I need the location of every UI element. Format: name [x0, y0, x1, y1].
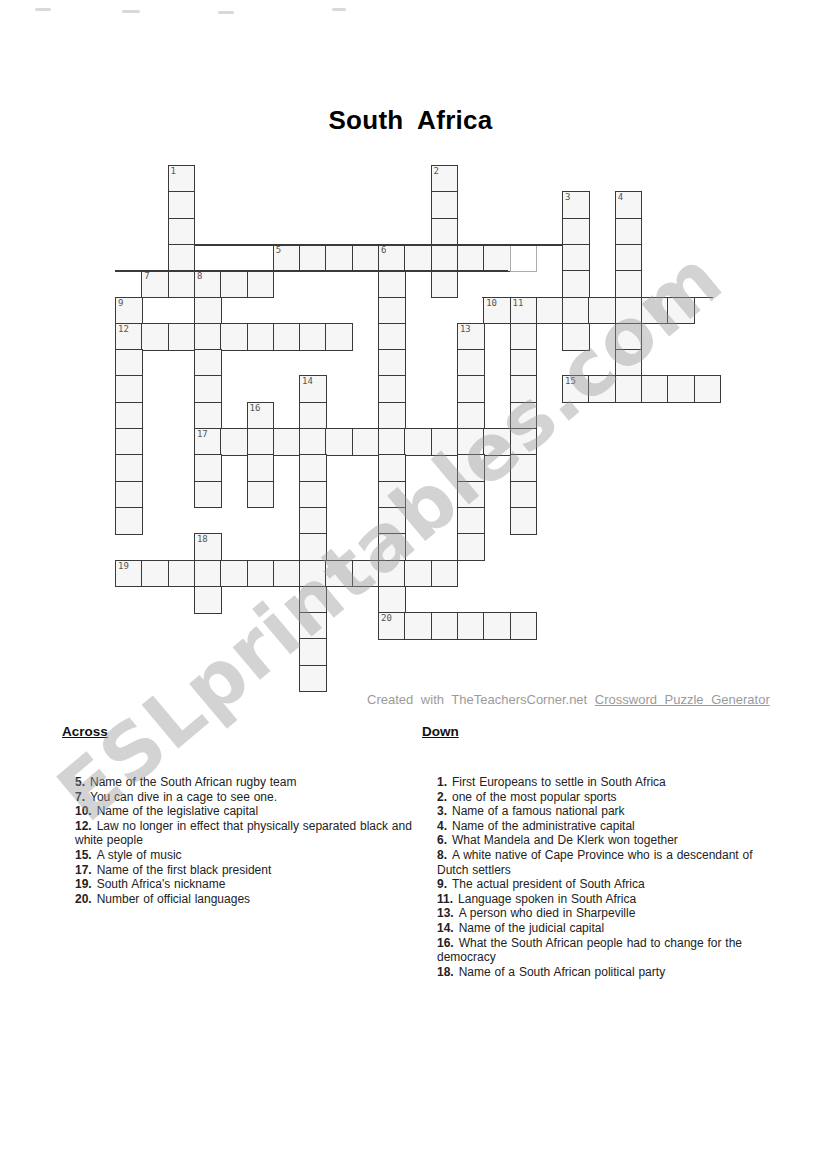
grid-cell[interactable]	[325, 560, 353, 588]
clue-number: 12.	[75, 819, 92, 833]
clue-item: 11.Language spoken in South Africa	[437, 892, 764, 907]
grid-cell[interactable]	[562, 270, 590, 298]
grid-cell[interactable]	[168, 270, 196, 298]
down-clue-list: 1.First Europeans to settle in South Afr…	[437, 775, 764, 979]
grid-cell[interactable]	[457, 507, 485, 535]
cell-number: 19	[118, 562, 129, 571]
grid-cell[interactable]	[299, 586, 327, 614]
grid-cell[interactable]	[562, 218, 590, 246]
clue-text: Name of a South African political party	[459, 965, 665, 979]
clue-item: 10.Name of the legislative capital	[75, 804, 427, 819]
cell-number: 4	[618, 193, 623, 202]
grid-cell[interactable]	[194, 402, 222, 430]
clue-number: 3.	[437, 804, 447, 818]
cell-number: 18	[197, 535, 208, 544]
cell-number: 6	[381, 246, 386, 255]
clue-text: The actual president of South Africa	[452, 877, 645, 891]
grid-cell[interactable]	[299, 507, 327, 535]
grid-cell[interactable]	[115, 349, 143, 377]
grid-cell[interactable]	[457, 244, 485, 272]
grid-cell[interactable]: 16	[247, 402, 275, 430]
grid-cell[interactable]: 1	[168, 165, 196, 193]
grid-cell[interactable]: 20	[378, 612, 406, 640]
grid-cell[interactable]	[457, 612, 485, 640]
grid-cell[interactable]	[299, 638, 327, 666]
grid-cell[interactable]	[510, 323, 538, 351]
grid-cell[interactable]	[378, 454, 406, 482]
cell-number: 17	[197, 430, 208, 439]
grid-cell[interactable]	[299, 428, 327, 456]
cell-number: 12	[118, 325, 129, 334]
grid-cell[interactable]	[510, 481, 538, 509]
clue-item: 16.What the South African people had to …	[437, 936, 764, 965]
grid-cell[interactable]	[562, 244, 590, 272]
grid-cell[interactable]	[378, 560, 406, 588]
clue-number: 17.	[75, 863, 92, 877]
grid-cell[interactable]	[115, 454, 143, 482]
clue-number: 14.	[437, 921, 454, 935]
attribution: Created with TheTeachersCorner.net Cross…	[367, 692, 770, 707]
grid-cell[interactable]: 18	[194, 533, 222, 561]
cell-number: 10	[486, 299, 497, 308]
grid-cell[interactable]	[299, 665, 327, 693]
cell-number: 11	[513, 299, 524, 308]
clue-text: Name of the administrative capital	[452, 819, 635, 833]
clue-number: 6.	[437, 833, 447, 847]
clue-text: Name of the South African rugby team	[90, 775, 296, 789]
grid-cell[interactable]	[299, 533, 327, 561]
grid-cell[interactable]: 13	[457, 323, 485, 351]
cell-number: 8	[197, 272, 202, 281]
cell-number: 5	[276, 246, 281, 255]
clue-item: 13.A person who died in Sharpeville	[437, 906, 764, 921]
grid-cell[interactable]	[115, 402, 143, 430]
grid-cell[interactable]	[168, 560, 196, 588]
cell-number: 13	[460, 325, 471, 334]
grid-cell[interactable]	[194, 323, 222, 351]
clue-item: 15.A style of music	[75, 848, 427, 863]
clue-number: 5.	[75, 775, 85, 789]
clue-item: 6.What Mandela and De Klerk won together	[437, 833, 764, 848]
grid-cell[interactable]	[457, 454, 485, 482]
grid-cell[interactable]	[168, 191, 196, 219]
grid-cell[interactable]	[378, 428, 406, 456]
clue-number: 11.	[437, 892, 453, 906]
grid-cell[interactable]	[299, 612, 327, 640]
grid-cell[interactable]	[247, 481, 275, 509]
grid-cell[interactable]	[536, 297, 564, 325]
clue-item: 8.A white native of Cape Province who is…	[437, 848, 764, 877]
clue-number: 13.	[437, 906, 454, 920]
grid-cell[interactable]	[431, 218, 459, 246]
grid-cell[interactable]	[404, 244, 432, 272]
clue-number: 8.	[437, 848, 447, 862]
clue-text: Name of a famous national park	[452, 804, 625, 818]
grid-cell[interactable]	[615, 323, 643, 351]
grid-cell[interactable]	[194, 481, 222, 509]
grid-cell[interactable]	[615, 297, 643, 325]
grid-cell[interactable]	[457, 481, 485, 509]
grid-cell[interactable]	[194, 297, 222, 325]
grid-cell[interactable]	[220, 560, 248, 588]
clue-number: 18.	[437, 965, 454, 979]
grid-artifact-line	[195, 244, 562, 246]
printable-page: South Africa 123456789101112131415161718…	[0, 0, 821, 1162]
cell-number: 9	[118, 299, 123, 308]
grid-cell[interactable]	[194, 375, 222, 403]
grid-cell[interactable]	[510, 244, 538, 272]
cell-number: 7	[144, 272, 149, 281]
grid-cell[interactable]	[168, 323, 196, 351]
grid-cell[interactable]	[510, 507, 538, 535]
scan-artifact	[332, 8, 346, 11]
grid-cell[interactable]	[457, 533, 485, 561]
grid-cell[interactable]	[247, 428, 275, 456]
grid-cell[interactable]	[641, 297, 669, 325]
grid-cell[interactable]	[273, 560, 301, 588]
clue-text: Law no longer in effect that physically …	[75, 819, 412, 848]
grid-cell[interactable]	[299, 323, 327, 351]
clue-number: 2.	[437, 790, 447, 804]
grid-cell[interactable]: 8	[194, 270, 222, 298]
grid-cell[interactable]: 4	[615, 191, 643, 219]
grid-cell[interactable]	[404, 428, 432, 456]
grid-cell[interactable]	[194, 454, 222, 482]
grid-cell[interactable]	[483, 612, 511, 640]
grid-cell[interactable]: 19	[115, 560, 143, 588]
cell-number: 3	[565, 193, 570, 202]
grid-cell[interactable]	[220, 428, 248, 456]
grid-cell[interactable]	[510, 454, 538, 482]
clue-text: A person who died in Sharpeville	[459, 906, 636, 920]
grid-cell[interactable]	[667, 297, 695, 325]
grid-cell[interactable]	[115, 481, 143, 509]
clue-text: What the South African people had to cha…	[437, 936, 742, 965]
grid-cell[interactable]	[168, 244, 196, 272]
grid-cell[interactable]	[378, 507, 406, 535]
grid-cell[interactable]: 5	[273, 244, 301, 272]
grid-cell[interactable]	[615, 375, 643, 403]
grid-cell[interactable]	[562, 297, 590, 325]
grid-cell[interactable]	[299, 402, 327, 430]
cell-number: 20	[381, 614, 392, 623]
grid-cell[interactable]: 17	[194, 428, 222, 456]
grid-cell[interactable]	[220, 270, 248, 298]
down-header: Down	[422, 724, 459, 739]
cell-number: 14	[302, 377, 313, 386]
clue-text: one of the most popular sports	[452, 790, 617, 804]
grid-cell[interactable]	[431, 191, 459, 219]
grid-cell[interactable]	[457, 402, 485, 430]
clue-item: 17.Name of the first black president	[75, 863, 427, 878]
clue-text: What Mandela and De Klerk won together	[452, 833, 678, 847]
grid-cell[interactable]	[194, 349, 222, 377]
grid-cell[interactable]	[378, 402, 406, 430]
clue-text: South Africa's nickname	[97, 877, 226, 891]
grid-cell[interactable]	[378, 586, 406, 614]
clue-item: 9.The actual president of South Africa	[437, 877, 764, 892]
grid-cell[interactable]	[247, 270, 275, 298]
grid-artifact-line	[482, 297, 713, 299]
clue-text: Language spoken in South Africa	[458, 892, 636, 906]
cell-number: 16	[250, 404, 261, 413]
clue-item: 5.Name of the South African rugby team	[75, 775, 427, 790]
grid-cell[interactable]: 9	[115, 297, 143, 325]
grid-cell[interactable]: 12	[115, 323, 143, 351]
grid-cell[interactable]	[510, 428, 538, 456]
cell-number: 15	[565, 377, 576, 386]
clue-item: 19.South Africa's nickname	[75, 877, 427, 892]
clue-number: 4.	[437, 819, 447, 833]
grid-cell[interactable]	[588, 297, 616, 325]
grid-artifact-line	[115, 270, 508, 272]
grid-cell[interactable]	[115, 375, 143, 403]
grid-cell[interactable]: 2	[431, 165, 459, 193]
grid-cell[interactable]	[694, 375, 722, 403]
attribution-text: Created with TheTeachersCorner.net	[367, 692, 587, 707]
clue-item: 2.one of the most popular sports	[437, 790, 764, 805]
grid-cell[interactable]	[299, 244, 327, 272]
clue-item: 18.Name of a South African political par…	[437, 965, 764, 980]
puzzle-title: South Africa	[0, 105, 821, 136]
grid-cell[interactable]	[431, 560, 459, 588]
clue-number: 7.	[75, 790, 85, 804]
grid-cell[interactable]: 14	[299, 375, 327, 403]
clue-number: 9.	[437, 877, 447, 891]
grid-cell[interactable]	[352, 560, 380, 588]
grid-cell[interactable]	[615, 244, 643, 272]
grid-cell[interactable]: 11	[510, 297, 538, 325]
scan-artifact	[35, 8, 51, 11]
grid-cell[interactable]	[457, 349, 485, 377]
grid-cell[interactable]	[352, 428, 380, 456]
grid-cell[interactable]	[483, 428, 511, 456]
grid-cell[interactable]	[378, 349, 406, 377]
grid-cell[interactable]	[273, 323, 301, 351]
grid-cell[interactable]	[378, 270, 406, 298]
cell-number: 2	[434, 167, 439, 176]
grid-cell[interactable]	[510, 402, 538, 430]
grid-cell[interactable]	[168, 218, 196, 246]
clue-number: 20.	[75, 892, 92, 906]
grid-cell[interactable]	[457, 428, 485, 456]
grid-cell[interactable]	[378, 323, 406, 351]
grid-cell[interactable]	[220, 323, 248, 351]
clue-text: Number of official languages	[97, 892, 250, 906]
grid-cell[interactable]	[247, 323, 275, 351]
clue-item: 7.You can dive in a cage to see one.	[75, 790, 427, 805]
grid-cell[interactable]	[667, 375, 695, 403]
grid-cell[interactable]: 10	[483, 297, 511, 325]
grid-cell[interactable]	[562, 323, 590, 351]
grid-cell[interactable]	[378, 297, 406, 325]
clue-number: 16.	[437, 936, 454, 950]
across-clue-list: 5.Name of the South African rugby team7.…	[75, 775, 427, 906]
clue-text: A style of music	[97, 848, 182, 862]
clue-item: 12.Law no longer in effect that physical…	[75, 819, 427, 848]
grid-cell[interactable]: 15	[562, 375, 590, 403]
grid-cell[interactable]	[431, 612, 459, 640]
clue-item: 14.Name of the judicial capital	[437, 921, 764, 936]
grid-cell[interactable]: 3	[562, 191, 590, 219]
grid-cell[interactable]	[588, 375, 616, 403]
grid-cell[interactable]	[325, 323, 353, 351]
clue-text: Name of the first black president	[97, 863, 272, 877]
grid-cell[interactable]: 7	[141, 270, 169, 298]
grid-cell[interactable]	[615, 349, 643, 377]
grid-cell[interactable]	[615, 218, 643, 246]
scan-artifact	[122, 10, 140, 13]
grid-cell[interactable]	[141, 323, 169, 351]
clue-text: You can dive in a cage to see one.	[90, 790, 277, 804]
grid-cell[interactable]	[510, 375, 538, 403]
grid-cell[interactable]	[141, 560, 169, 588]
clue-item: 20.Number of official languages	[75, 892, 427, 907]
clue-text: Name of the legislative capital	[97, 804, 258, 818]
clue-number: 1.	[437, 775, 447, 789]
grid-cell[interactable]	[378, 375, 406, 403]
grid-cell[interactable]	[115, 428, 143, 456]
grid-cell[interactable]	[247, 454, 275, 482]
generator-link[interactable]: Crossword Puzzle Generator	[595, 692, 770, 707]
grid-cell[interactable]	[378, 533, 406, 561]
clue-number: 19.	[75, 877, 92, 891]
grid-cell[interactable]	[299, 454, 327, 482]
grid-cell[interactable]	[325, 428, 353, 456]
clue-item: 1.First Europeans to settle in South Afr…	[437, 775, 764, 790]
clue-number: 15.	[75, 848, 92, 862]
clue-number: 10.	[75, 804, 92, 818]
grid-cell[interactable]	[615, 270, 643, 298]
grid-cell[interactable]	[457, 375, 485, 403]
clue-item: 3.Name of a famous national park	[437, 804, 764, 819]
grid-cell[interactable]	[194, 560, 222, 588]
cell-number: 1	[171, 167, 176, 176]
grid-cell[interactable]	[194, 586, 222, 614]
grid-cell[interactable]	[510, 612, 538, 640]
clue-text: Name of the judicial capital	[459, 921, 604, 935]
across-header: Across	[62, 724, 108, 739]
clue-text: First Europeans to settle in South Afric…	[452, 775, 666, 789]
grid-cell[interactable]	[273, 428, 301, 456]
grid-cell[interactable]	[431, 244, 459, 272]
grid-cell[interactable]	[510, 349, 538, 377]
grid-cell[interactable]	[299, 481, 327, 509]
grid-cell[interactable]	[641, 375, 669, 403]
grid-cell[interactable]	[431, 428, 459, 456]
grid-cell[interactable]	[115, 507, 143, 535]
grid-cell[interactable]	[352, 244, 380, 272]
grid-cell[interactable]	[483, 244, 511, 272]
scan-artifact	[218, 11, 234, 14]
grid-cell[interactable]: 6	[378, 244, 406, 272]
grid-cell[interactable]	[299, 560, 327, 588]
clue-text: A white native of Cape Province who is a…	[437, 848, 753, 877]
grid-cell[interactable]	[431, 270, 459, 298]
grid-cell[interactable]	[404, 612, 432, 640]
grid-cell[interactable]	[378, 481, 406, 509]
grid-cell[interactable]	[325, 244, 353, 272]
clue-item: 4.Name of the administrative capital	[437, 819, 764, 834]
grid-cell[interactable]	[404, 560, 432, 588]
grid-cell[interactable]	[247, 560, 275, 588]
